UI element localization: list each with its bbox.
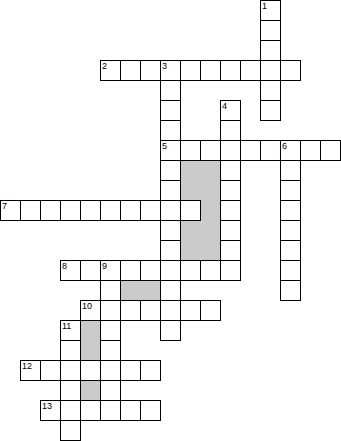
grid-cell[interactable] [120,300,141,321]
grid-cell[interactable] [280,140,301,161]
grid-cell[interactable] [220,100,241,121]
grid-cell[interactable] [120,260,141,281]
grid-cell[interactable] [280,160,301,181]
grid-cell[interactable] [160,260,181,281]
grid-cell[interactable] [100,360,121,381]
grid-cell[interactable] [260,0,281,21]
grid-cell[interactable] [260,20,281,41]
grid-cell[interactable] [240,60,261,81]
grid-cell[interactable] [260,100,281,121]
grid-cell[interactable] [220,160,241,181]
grid-cell[interactable] [220,60,241,81]
grid-cell[interactable] [200,260,221,281]
grid-cell[interactable] [280,280,301,301]
grid-cell[interactable] [120,360,141,381]
grid-cell[interactable] [180,200,201,221]
grid-cell[interactable] [160,320,181,341]
grid-cell[interactable] [140,260,161,281]
grid-cell[interactable] [160,160,181,181]
grid-cell[interactable] [160,180,181,201]
grid-cell[interactable] [100,280,121,301]
grid-cell[interactable] [20,360,41,381]
grid-cell[interactable] [140,360,161,381]
grid-cell[interactable] [280,200,301,221]
grid-cell[interactable] [160,60,181,81]
grid-cell[interactable] [100,400,121,421]
grid-cell[interactable] [80,300,101,321]
grid-cell[interactable] [280,260,301,281]
grid-cell[interactable] [80,400,101,421]
grid-cell[interactable] [300,140,321,161]
grid-cell[interactable] [60,320,81,341]
grid-cell[interactable] [220,260,241,281]
grid-cell[interactable] [120,60,141,81]
grid-cell[interactable] [160,300,181,321]
grid-cell[interactable] [200,60,221,81]
grid-cell[interactable] [140,400,161,421]
grid-cell[interactable] [280,220,301,241]
grid-cell[interactable] [180,60,201,81]
grid-cell[interactable] [40,200,61,221]
grid-cell[interactable] [100,320,121,341]
grid-cell[interactable] [200,140,221,161]
grid-cell[interactable] [100,340,121,361]
grid-cell[interactable] [140,60,161,81]
grid-cell[interactable] [220,120,241,141]
grid-cell[interactable] [260,80,281,101]
grid-cell[interactable] [220,200,241,221]
grid-cell[interactable] [100,380,121,401]
grid-cell[interactable] [320,140,341,161]
grid-cell[interactable] [60,260,81,281]
grid-cell[interactable] [160,140,181,161]
crossword-grid: 12345678910111213 [0,0,341,441]
grid-cell[interactable] [100,300,121,321]
grid-cell[interactable] [280,180,301,201]
grid-cell[interactable] [80,260,101,281]
grid-cell[interactable] [100,260,121,281]
grid-cell[interactable] [60,360,81,381]
shaded-block [80,320,101,361]
grid-cell[interactable] [40,360,61,381]
grid-cell[interactable] [0,200,21,221]
grid-cell[interactable] [140,300,161,321]
grid-cell[interactable] [80,360,101,381]
grid-cell[interactable] [160,100,181,121]
grid-cell[interactable] [160,220,181,241]
shaded-block [80,380,101,401]
grid-cell[interactable] [60,380,81,401]
grid-cell[interactable] [60,400,81,421]
grid-cell[interactable] [220,180,241,201]
grid-cell[interactable] [160,80,181,101]
grid-cell[interactable] [180,260,201,281]
grid-cell[interactable] [260,60,281,81]
grid-cell[interactable] [140,200,161,221]
grid-cell[interactable] [120,200,141,221]
grid-cell[interactable] [200,300,221,321]
grid-cell[interactable] [220,240,241,261]
grid-cell[interactable] [240,140,261,161]
shaded-block [120,280,161,301]
grid-cell[interactable] [80,200,101,221]
grid-cell[interactable] [180,140,201,161]
grid-cell[interactable] [280,60,301,81]
grid-cell[interactable] [260,140,281,161]
grid-cell[interactable] [280,240,301,261]
grid-cell[interactable] [60,420,81,441]
grid-cell[interactable] [160,120,181,141]
grid-cell[interactable] [100,200,121,221]
grid-cell[interactable] [120,400,141,421]
grid-cell[interactable] [160,200,181,221]
grid-cell[interactable] [40,400,61,421]
grid-cell[interactable] [220,140,241,161]
grid-cell[interactable] [60,200,81,221]
grid-cell[interactable] [60,340,81,361]
grid-cell[interactable] [100,60,121,81]
grid-cell[interactable] [20,200,41,221]
grid-cell[interactable] [180,300,201,321]
grid-cell[interactable] [160,240,181,261]
grid-cell[interactable] [160,280,181,301]
grid-cell[interactable] [220,220,241,241]
grid-cell[interactable] [260,40,281,61]
